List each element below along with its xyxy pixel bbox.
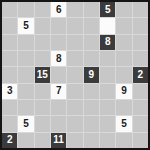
cell-r7c7[interactable]: 5	[116, 116, 131, 131]
puzzle-board-frame: 65588159237955211	[0, 0, 150, 150]
cell-r2c0[interactable]	[2, 35, 17, 50]
puzzle-board: 65588159237955211	[2, 2, 148, 148]
cell-r5c4[interactable]	[67, 84, 82, 99]
cell-r8c2[interactable]	[35, 133, 50, 148]
cell-r2c2[interactable]	[35, 35, 50, 50]
cell-r6c5[interactable]	[84, 100, 99, 115]
cell-r7c3[interactable]	[51, 116, 66, 131]
cell-r2c8[interactable]	[133, 35, 148, 50]
cell-r8c7[interactable]	[116, 133, 131, 148]
cell-r3c4[interactable]	[67, 51, 82, 66]
cell-r1c0[interactable]	[2, 18, 17, 33]
cell-r1c3[interactable]	[51, 18, 66, 33]
cell-r0c4[interactable]	[67, 2, 82, 17]
cell-r4c0[interactable]	[2, 67, 17, 82]
cell-r5c5[interactable]	[84, 84, 99, 99]
cell-r3c2[interactable]	[35, 51, 50, 66]
cell-r2c4[interactable]	[67, 35, 82, 50]
cell-r7c6[interactable]	[100, 116, 115, 131]
cell-r8c1[interactable]	[18, 133, 33, 148]
cell-r7c1[interactable]: 5	[18, 116, 33, 131]
cell-r0c3[interactable]: 6	[51, 2, 66, 17]
cell-r8c8[interactable]	[133, 133, 148, 148]
cell-r3c0[interactable]	[2, 51, 17, 66]
cell-r8c3[interactable]: 11	[51, 133, 66, 148]
cell-r5c7[interactable]: 9	[116, 84, 131, 99]
cell-r1c8[interactable]	[133, 18, 148, 33]
cell-r1c1[interactable]: 5	[18, 18, 33, 33]
cell-r8c0[interactable]: 2	[2, 133, 17, 148]
cell-r6c1[interactable]	[18, 100, 33, 115]
cell-r2c7[interactable]	[116, 35, 131, 50]
cell-r0c1[interactable]	[18, 2, 33, 17]
cell-r8c5[interactable]	[84, 133, 99, 148]
cell-r5c0[interactable]: 3	[2, 84, 17, 99]
cell-r4c7[interactable]	[116, 67, 131, 82]
cell-r3c8[interactable]	[133, 51, 148, 66]
cell-r5c1[interactable]	[18, 84, 33, 99]
cell-r3c5[interactable]	[84, 51, 99, 66]
cell-r1c5[interactable]	[84, 18, 99, 33]
cell-r4c3[interactable]	[51, 67, 66, 82]
cell-r6c0[interactable]	[2, 100, 17, 115]
cell-r3c7[interactable]	[116, 51, 131, 66]
cell-r3c1[interactable]	[18, 51, 33, 66]
cell-r6c2[interactable]	[35, 100, 50, 115]
cell-r6c4[interactable]	[67, 100, 82, 115]
cell-r2c5[interactable]	[84, 35, 99, 50]
cell-r7c2[interactable]	[35, 116, 50, 131]
cell-r2c3[interactable]	[51, 35, 66, 50]
cell-r1c6[interactable]	[100, 18, 115, 33]
cell-r3c6[interactable]	[100, 51, 115, 66]
cell-r6c8[interactable]	[133, 100, 148, 115]
cell-r7c8[interactable]	[133, 116, 148, 131]
cell-r0c7[interactable]	[116, 2, 131, 17]
cell-r5c6[interactable]	[100, 84, 115, 99]
cell-r1c2[interactable]	[35, 18, 50, 33]
cell-r8c6[interactable]	[100, 133, 115, 148]
cell-r1c4[interactable]	[67, 18, 82, 33]
cell-r0c0[interactable]	[2, 2, 17, 17]
cell-r5c3[interactable]: 7	[51, 84, 66, 99]
cell-r2c6[interactable]: 8	[100, 35, 115, 50]
cell-r7c4[interactable]	[67, 116, 82, 131]
cell-r8c4[interactable]	[67, 133, 82, 148]
cell-r1c7[interactable]	[116, 18, 131, 33]
cell-r2c1[interactable]	[18, 35, 33, 50]
cell-r4c5[interactable]: 9	[84, 67, 99, 82]
cell-r0c8[interactable]	[133, 2, 148, 17]
cell-r6c7[interactable]	[116, 100, 131, 115]
cell-r7c5[interactable]	[84, 116, 99, 131]
cell-r0c5[interactable]	[84, 2, 99, 17]
cell-r4c2[interactable]: 15	[35, 67, 50, 82]
cell-r6c3[interactable]	[51, 100, 66, 115]
cell-r3c3[interactable]: 8	[51, 51, 66, 66]
cell-r7c0[interactable]	[2, 116, 17, 131]
cell-r6c6[interactable]	[100, 100, 115, 115]
cell-r5c2[interactable]	[35, 84, 50, 99]
cell-r5c8[interactable]	[133, 84, 148, 99]
cell-r4c6[interactable]	[100, 67, 115, 82]
cell-r4c8[interactable]: 2	[133, 67, 148, 82]
cell-r0c2[interactable]	[35, 2, 50, 17]
cell-r0c6[interactable]: 5	[100, 2, 115, 17]
cell-r4c4[interactable]	[67, 67, 82, 82]
cell-r4c1[interactable]	[18, 67, 33, 82]
